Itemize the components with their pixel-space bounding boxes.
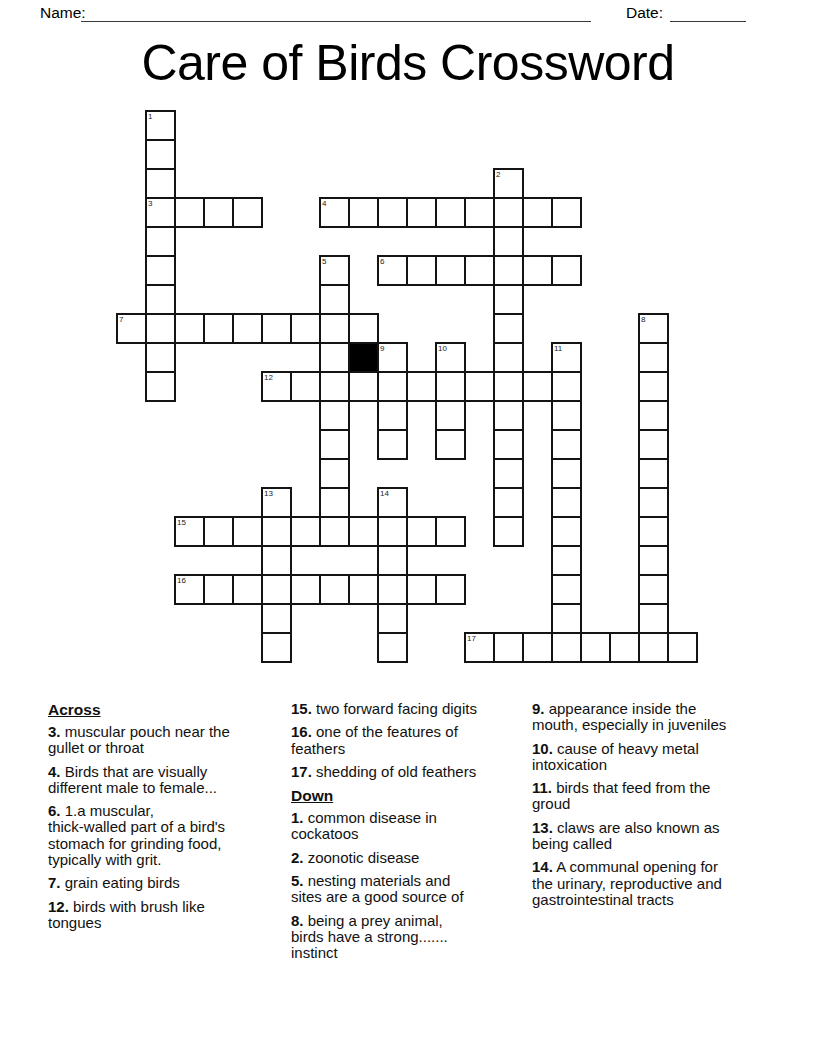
across-clue-6: 6. 1.a muscular, thick-walled part of a … — [48, 803, 268, 868]
grid-cell[interactable] — [406, 197, 437, 228]
worksheet-page: { "game": "crossword", "title": "Care of… — [0, 0, 816, 1056]
grid-cell[interactable] — [522, 632, 553, 663]
across-clue-4: 4. Birds that are visually different mal… — [48, 764, 268, 797]
clue-text: nesting materials and sites are a good s… — [291, 872, 464, 905]
clue-number: 15 — [177, 518, 186, 527]
grid-cell[interactable] — [464, 255, 495, 286]
clue-num-label: 12. — [48, 898, 69, 915]
grid-cell[interactable] — [638, 603, 669, 634]
grid-cell[interactable] — [261, 545, 292, 576]
grid-cell[interactable] — [319, 574, 350, 605]
grid-cell[interactable] — [261, 632, 292, 663]
clue-text: one of the features of feathers — [291, 723, 458, 756]
grid-cell[interactable] — [377, 400, 408, 431]
grid-cell[interactable] — [377, 632, 408, 663]
clue-column-3: 9. appearance inside the mouth, especial… — [532, 701, 762, 915]
grid-cell[interactable] — [493, 313, 524, 344]
clue-num-label: 17. — [291, 763, 312, 780]
clue-text: birds with brush like tongues — [48, 898, 205, 931]
grid-cell[interactable] — [638, 487, 669, 518]
grid-cell[interactable] — [638, 342, 669, 373]
clue-number: 17 — [467, 634, 476, 643]
grid-cell[interactable] — [203, 574, 234, 605]
across-heading: Across — [48, 701, 268, 718]
grid-cell[interactable] — [348, 371, 379, 402]
grid-cell[interactable] — [319, 458, 350, 489]
grid-cell[interactable] — [406, 574, 437, 605]
clue-number: 1 — [148, 112, 152, 121]
grid-cell[interactable] — [551, 255, 582, 286]
clue-num-label: 8. — [291, 912, 304, 929]
grid-cell[interactable] — [551, 516, 582, 547]
grid-cell[interactable] — [203, 197, 234, 228]
grid-cell[interactable] — [145, 371, 176, 402]
clue-number: 3 — [148, 199, 152, 208]
clue-num-label: 13. — [532, 819, 553, 836]
grid-cell[interactable] — [551, 429, 582, 460]
crossword-grid: 1234567891011121314151617 — [116, 110, 698, 663]
down-clue-14: 14. A communal opening for the urinary, … — [532, 859, 762, 908]
clue-num-label: 4. — [48, 763, 61, 780]
clue-text: 1.a muscular, thick-walled part of a bir… — [48, 802, 225, 868]
grid-cell[interactable] — [145, 139, 176, 170]
clue-number: 6 — [380, 257, 384, 266]
clue-text: claws are also known as being called — [532, 819, 720, 852]
grid-cell[interactable] — [638, 574, 669, 605]
grid-cell[interactable] — [551, 400, 582, 431]
clue-text: being a prey animal, birds have a strong… — [291, 912, 448, 962]
clue-num-label: 1. — [291, 809, 304, 826]
grid-cell[interactable] — [493, 429, 524, 460]
grid-cell[interactable] — [203, 516, 234, 547]
grid-cell[interactable] — [319, 284, 350, 315]
grid-cell[interactable] — [638, 458, 669, 489]
grid-cell[interactable] — [232, 574, 263, 605]
grid-cell[interactable] — [377, 429, 408, 460]
clue-text: common disease in cockatoos — [291, 809, 437, 842]
grid-cell[interactable] — [638, 429, 669, 460]
grid-cell[interactable] — [319, 400, 350, 431]
grid-cell[interactable] — [435, 255, 466, 286]
grid-cell[interactable] — [464, 371, 495, 402]
clue-number: 2 — [496, 170, 500, 179]
grid-cell[interactable] — [638, 516, 669, 547]
grid-cell[interactable] — [348, 574, 379, 605]
clue-number: 11 — [554, 344, 562, 353]
grid-cell[interactable] — [493, 632, 524, 663]
across-clue-3: 3. muscular pouch near the gullet or thr… — [48, 724, 268, 757]
grid-cell[interactable] — [667, 632, 698, 663]
clue-text: cause of heavy metal intoxication — [532, 740, 699, 773]
clue-num-label: 5. — [291, 872, 304, 889]
clue-num-label: 15. — [291, 700, 312, 717]
grid-cell[interactable] — [377, 197, 408, 228]
grid-cell[interactable] — [551, 545, 582, 576]
name-label: Name: — [40, 4, 86, 22]
grid-cell[interactable] — [493, 342, 524, 373]
grid-cell[interactable] — [290, 371, 321, 402]
across-clue-7: 7. grain eating birds — [48, 875, 268, 891]
down-heading: Down — [291, 787, 515, 804]
clue-column-2: 15. two forward facing digits16. one of … — [291, 701, 515, 969]
grid-cell[interactable] — [145, 342, 176, 373]
clue-text: shedding of old feathers — [312, 763, 476, 780]
grid-cell[interactable] — [290, 516, 321, 547]
grid-cell[interactable] — [580, 632, 611, 663]
grid-cell[interactable] — [551, 197, 582, 228]
grid-cell[interactable] — [551, 632, 582, 663]
grid-cell[interactable] — [638, 632, 669, 663]
grid-cell[interactable] — [377, 371, 408, 402]
grid-cell[interactable] — [319, 342, 350, 373]
grid-cell[interactable] — [638, 371, 669, 402]
grid-cell[interactable] — [145, 255, 176, 286]
clue-number: 5 — [322, 257, 326, 266]
across-clue-16: 16. one of the features of feathers — [291, 724, 515, 757]
grid-cell[interactable] — [493, 516, 524, 547]
clue-text: muscular pouch near the gullet or throat — [48, 723, 230, 756]
clue-number: 16 — [177, 576, 186, 585]
grid-cell[interactable] — [377, 574, 408, 605]
clue-text: A communal opening for the urinary, repr… — [532, 858, 722, 908]
grid-cell[interactable] — [435, 429, 466, 460]
down-clue-10: 10. cause of heavy metal intoxication — [532, 741, 762, 774]
grid-cell[interactable] — [551, 603, 582, 634]
grid-cell[interactable] — [319, 313, 350, 344]
grid-cell[interactable] — [435, 574, 466, 605]
grid-cell[interactable] — [406, 371, 437, 402]
clue-text: grain eating birds — [61, 874, 180, 891]
clue-number: 14 — [380, 489, 389, 498]
grid-cell[interactable] — [261, 574, 292, 605]
name-blank-line[interactable] — [81, 5, 591, 22]
grid-cell[interactable] — [435, 371, 466, 402]
clue-number: 8 — [641, 315, 645, 324]
grid-cell[interactable] — [435, 400, 466, 431]
clue-num-label: 6. — [48, 802, 61, 819]
down-clue-9: 9. appearance inside the mouth, especial… — [532, 701, 762, 734]
grid-cell[interactable] — [493, 371, 524, 402]
clue-num-label: 3. — [48, 723, 61, 740]
down-clue-13: 13. claws are also known as being called — [532, 820, 762, 853]
grid-cell[interactable] — [145, 168, 176, 199]
grid-cell[interactable] — [551, 574, 582, 605]
grid-cell[interactable] — [638, 400, 669, 431]
clue-column-1: Across3. muscular pouch near the gullet … — [48, 701, 268, 938]
grid-cell[interactable] — [551, 371, 582, 402]
date-label: Date: — [626, 4, 663, 22]
page-title: Care of Birds Crossword — [0, 34, 816, 92]
grid-cell[interactable] — [174, 313, 205, 344]
clue-number: 7 — [119, 315, 123, 324]
clue-number: 13 — [264, 489, 273, 498]
clue-num-label: 9. — [532, 700, 545, 717]
clue-num-label: 7. — [48, 874, 61, 891]
grid-cell[interactable] — [348, 313, 379, 344]
grid-cell[interactable] — [493, 458, 524, 489]
grid-cell[interactable] — [145, 313, 176, 344]
clue-text: Birds that are visually different male t… — [48, 763, 217, 796]
grid-cell[interactable] — [290, 574, 321, 605]
grid-cell[interactable] — [174, 197, 205, 228]
grid-cell[interactable] — [493, 487, 524, 518]
grid-cell[interactable] — [377, 545, 408, 576]
grid-cell[interactable] — [232, 516, 263, 547]
grid-cell[interactable] — [493, 197, 524, 228]
grid-cell[interactable] — [551, 487, 582, 518]
grid-cell[interactable] — [261, 313, 292, 344]
grid-cell[interactable] — [145, 284, 176, 315]
grid-cell[interactable] — [638, 545, 669, 576]
grid-cell[interactable] — [493, 226, 524, 257]
clue-text: appearance inside the mouth, especially … — [532, 700, 726, 733]
grid-cell[interactable] — [522, 371, 553, 402]
down-clue-5: 5. nesting materials and sites are a goo… — [291, 873, 515, 906]
grid-cell[interactable] — [406, 516, 437, 547]
across-clue-17: 17. shedding of old feathers — [291, 764, 515, 780]
clue-num-label: 10. — [532, 740, 553, 757]
grid-cell[interactable] — [493, 400, 524, 431]
clue-text: zoonotic disease — [304, 849, 420, 866]
grid-cell[interactable] — [377, 516, 408, 547]
grid-cell[interactable] — [348, 197, 379, 228]
grid-cell[interactable] — [493, 255, 524, 286]
down-clue-11: 11. birds that feed from the groud — [532, 780, 762, 813]
clue-num-label: 16. — [291, 723, 312, 740]
grid-cell[interactable] — [522, 255, 553, 286]
black-cell — [348, 342, 379, 373]
grid-cell[interactable] — [551, 458, 582, 489]
grid-cell[interactable] — [609, 632, 640, 663]
clue-num-label: 2. — [291, 849, 304, 866]
grid-cell[interactable] — [203, 313, 234, 344]
clue-number: 12 — [264, 373, 273, 382]
grid-cell[interactable] — [261, 603, 292, 634]
grid-cell[interactable] — [348, 516, 379, 547]
clue-num-label: 14. — [532, 858, 553, 875]
grid-cell[interactable] — [406, 255, 437, 286]
grid-cell[interactable] — [290, 313, 321, 344]
clue-num-label: 11. — [532, 779, 552, 796]
across-clue-15: 15. two forward facing digits — [291, 701, 515, 717]
clue-text: birds that feed from the groud — [532, 779, 710, 812]
down-clue-2: 2. zoonotic disease — [291, 850, 515, 866]
grid-cell[interactable] — [435, 197, 466, 228]
down-clue-1: 1. common disease in cockatoos — [291, 810, 515, 843]
across-clue-12: 12. birds with brush like tongues — [48, 899, 268, 932]
grid-cell[interactable] — [145, 226, 176, 257]
clue-number: 10 — [438, 344, 447, 353]
clue-text: two forward facing digits — [312, 700, 477, 717]
grid-cell[interactable] — [232, 197, 263, 228]
grid-cell[interactable] — [319, 516, 350, 547]
date-blank-line[interactable] — [670, 5, 746, 22]
grid-cell[interactable] — [522, 197, 553, 228]
grid-cell[interactable] — [319, 487, 350, 518]
grid-cell[interactable] — [435, 516, 466, 547]
grid-cell[interactable] — [319, 429, 350, 460]
grid-cell[interactable] — [232, 313, 263, 344]
clue-number: 9 — [380, 344, 384, 353]
down-clue-8: 8. being a prey animal, birds have a str… — [291, 913, 515, 962]
grid-cell[interactable] — [319, 371, 350, 402]
grid-cell[interactable] — [377, 603, 408, 634]
grid-cell[interactable] — [261, 516, 292, 547]
grid-cell[interactable] — [493, 284, 524, 315]
grid-cell[interactable] — [464, 197, 495, 228]
clue-number: 4 — [322, 199, 326, 208]
